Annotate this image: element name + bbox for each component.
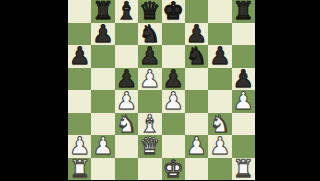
square-f2[interactable]: ♟ — [185, 135, 208, 158]
square-g6[interactable]: ♟ — [208, 45, 231, 68]
piece-black-pawn-c5: ♟ — [115, 68, 138, 91]
square-g7[interactable] — [208, 23, 231, 46]
square-e7[interactable] — [162, 23, 185, 46]
piece-white-pawn-h4: ♟ — [232, 90, 255, 113]
square-h6[interactable] — [232, 45, 255, 68]
square-d4[interactable] — [138, 90, 161, 113]
square-b7[interactable]: ♟ — [91, 23, 114, 46]
square-e6[interactable] — [162, 45, 185, 68]
piece-black-rook-b8: ♜ — [91, 0, 114, 23]
piece-black-knight-d7: ♞ — [138, 23, 161, 46]
piece-black-pawn-e5: ♟ — [162, 68, 185, 91]
square-g3[interactable]: ♞ — [208, 113, 231, 136]
chess-board: ♜♝♛♚♜♟♞♟♟♟♞♟♟♟♟♟♟♟♟♞♝♞♟♟♛♟♟♜♚♜ — [68, 0, 255, 180]
square-b5[interactable] — [91, 68, 114, 91]
square-a6[interactable]: ♟ — [68, 45, 91, 68]
piece-white-pawn-c4: ♟ — [115, 90, 138, 113]
square-a1[interactable]: ♜ — [68, 158, 91, 181]
video-frame: ♜♝♛♚♜♟♞♟♟♟♞♟♟♟♟♟♟♟♟♞♝♞♟♟♛♟♟♜♚♜ — [0, 0, 320, 180]
square-b6[interactable] — [91, 45, 114, 68]
square-h1[interactable]: ♜ — [232, 158, 255, 181]
square-d1[interactable] — [138, 158, 161, 181]
square-c6[interactable] — [115, 45, 138, 68]
piece-white-queen-d2: ♛ — [138, 135, 161, 158]
square-f5[interactable] — [185, 68, 208, 91]
square-g8[interactable] — [208, 0, 231, 23]
square-g4[interactable] — [208, 90, 231, 113]
letterbox-right — [255, 0, 320, 180]
piece-black-pawn-g6: ♟ — [208, 45, 231, 68]
square-c4[interactable]: ♟ — [115, 90, 138, 113]
piece-black-pawn-a6: ♟ — [68, 45, 91, 68]
square-d7[interactable]: ♞ — [138, 23, 161, 46]
square-e5[interactable]: ♟ — [162, 68, 185, 91]
square-c3[interactable]: ♞ — [115, 113, 138, 136]
square-d3[interactable]: ♝ — [138, 113, 161, 136]
piece-black-queen-d8: ♛ — [138, 0, 161, 23]
square-c8[interactable]: ♝ — [115, 0, 138, 23]
square-h4[interactable]: ♟ — [232, 90, 255, 113]
square-a2[interactable]: ♟ — [68, 135, 91, 158]
square-f8[interactable] — [185, 0, 208, 23]
square-c5[interactable]: ♟ — [115, 68, 138, 91]
square-a4[interactable] — [68, 90, 91, 113]
letterbox-left — [0, 0, 68, 180]
square-d2[interactable]: ♛ — [138, 135, 161, 158]
square-g2[interactable]: ♟ — [208, 135, 231, 158]
square-f7[interactable]: ♟ — [185, 23, 208, 46]
piece-white-rook-a1: ♜ — [68, 158, 91, 181]
square-h2[interactable] — [232, 135, 255, 158]
piece-white-pawn-d5: ♟ — [138, 68, 161, 91]
square-a5[interactable] — [68, 68, 91, 91]
square-a3[interactable] — [68, 113, 91, 136]
square-c1[interactable] — [115, 158, 138, 181]
square-c2[interactable] — [115, 135, 138, 158]
square-b1[interactable] — [91, 158, 114, 181]
square-a8[interactable] — [68, 0, 91, 23]
square-d8[interactable]: ♛ — [138, 0, 161, 23]
square-f3[interactable] — [185, 113, 208, 136]
square-h3[interactable] — [232, 113, 255, 136]
square-b3[interactable] — [91, 113, 114, 136]
square-b4[interactable] — [91, 90, 114, 113]
piece-black-pawn-h5: ♟ — [232, 68, 255, 91]
piece-black-king-e8: ♚ — [162, 0, 185, 23]
piece-black-rook-h8: ♜ — [232, 0, 255, 23]
piece-white-rook-h1: ♜ — [232, 158, 255, 181]
square-b2[interactable]: ♟ — [91, 135, 114, 158]
square-d5[interactable]: ♟ — [138, 68, 161, 91]
piece-black-knight-f6: ♞ — [185, 45, 208, 68]
square-c7[interactable] — [115, 23, 138, 46]
square-h7[interactable] — [232, 23, 255, 46]
square-e3[interactable] — [162, 113, 185, 136]
piece-white-bishop-d3: ♝ — [138, 113, 161, 136]
square-g5[interactable] — [208, 68, 231, 91]
piece-black-pawn-d6: ♟ — [138, 45, 161, 68]
piece-black-pawn-f7: ♟ — [185, 23, 208, 46]
piece-white-pawn-b2: ♟ — [91, 135, 114, 158]
square-e4[interactable]: ♟ — [162, 90, 185, 113]
square-h8[interactable]: ♜ — [232, 0, 255, 23]
square-f4[interactable] — [185, 90, 208, 113]
piece-white-pawn-a2: ♟ — [68, 135, 91, 158]
piece-black-bishop-c8: ♝ — [115, 0, 138, 23]
square-a7[interactable] — [68, 23, 91, 46]
square-f1[interactable] — [185, 158, 208, 181]
square-e1[interactable]: ♚ — [162, 158, 185, 181]
piece-white-knight-g3: ♞ — [208, 113, 231, 136]
piece-white-king-e1: ♚ — [162, 158, 185, 181]
square-b8[interactable]: ♜ — [91, 0, 114, 23]
square-h5[interactable]: ♟ — [232, 68, 255, 91]
square-e8[interactable]: ♚ — [162, 0, 185, 23]
square-e2[interactable] — [162, 135, 185, 158]
piece-white-knight-c3: ♞ — [115, 113, 138, 136]
piece-black-pawn-b7: ♟ — [91, 23, 114, 46]
piece-white-pawn-f2: ♟ — [185, 135, 208, 158]
square-d6[interactable]: ♟ — [138, 45, 161, 68]
square-g1[interactable] — [208, 158, 231, 181]
square-f6[interactable]: ♞ — [185, 45, 208, 68]
piece-white-pawn-g2: ♟ — [208, 135, 231, 158]
piece-white-pawn-e4: ♟ — [162, 90, 185, 113]
